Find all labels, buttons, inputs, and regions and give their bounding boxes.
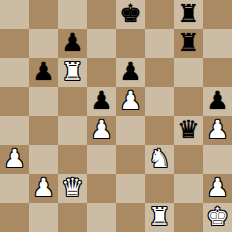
square-f5[interactable] — [145, 87, 174, 116]
square-h8[interactable] — [203, 0, 232, 29]
square-h5[interactable]: ♟ — [203, 87, 232, 116]
square-d4[interactable]: ♟ — [87, 116, 116, 145]
chess-board: ♚♜♟♜♟♜♟♟♟♟♟♛♟♟♞♟♛♟♜♚ — [0, 0, 232, 232]
square-b6[interactable]: ♟ — [29, 58, 58, 87]
square-d8[interactable] — [87, 0, 116, 29]
square-c7[interactable]: ♟ — [58, 29, 87, 58]
square-b1[interactable] — [29, 203, 58, 232]
square-c6[interactable]: ♜ — [58, 58, 87, 87]
white-pawn[interactable]: ♟ — [90, 115, 112, 144]
square-b7[interactable] — [29, 29, 58, 58]
square-e3[interactable] — [116, 145, 145, 174]
white-pawn[interactable]: ♟ — [3, 144, 25, 173]
square-d1[interactable] — [87, 203, 116, 232]
square-a2[interactable] — [0, 174, 29, 203]
square-c8[interactable] — [58, 0, 87, 29]
square-c5[interactable] — [58, 87, 87, 116]
square-f8[interactable] — [145, 0, 174, 29]
black-pawn[interactable]: ♟ — [206, 86, 228, 115]
square-g1[interactable] — [174, 203, 203, 232]
square-c2[interactable]: ♛ — [58, 174, 87, 203]
white-rook[interactable]: ♜ — [61, 57, 83, 86]
square-h2[interactable]: ♟ — [203, 174, 232, 203]
square-f2[interactable] — [145, 174, 174, 203]
square-c3[interactable] — [58, 145, 87, 174]
square-g6[interactable] — [174, 58, 203, 87]
square-b5[interactable] — [29, 87, 58, 116]
square-a3[interactable]: ♟ — [0, 145, 29, 174]
square-e5[interactable]: ♟ — [116, 87, 145, 116]
square-g2[interactable] — [174, 174, 203, 203]
square-d2[interactable] — [87, 174, 116, 203]
square-d5[interactable]: ♟ — [87, 87, 116, 116]
black-pawn[interactable]: ♟ — [32, 57, 54, 86]
square-e8[interactable]: ♚ — [116, 0, 145, 29]
square-f6[interactable] — [145, 58, 174, 87]
square-h7[interactable] — [203, 29, 232, 58]
black-rook[interactable]: ♜ — [177, 0, 199, 28]
square-a6[interactable] — [0, 58, 29, 87]
black-pawn[interactable]: ♟ — [119, 57, 141, 86]
square-h3[interactable] — [203, 145, 232, 174]
black-queen[interactable]: ♛ — [177, 115, 199, 144]
square-h4[interactable]: ♟ — [203, 116, 232, 145]
black-pawn[interactable]: ♟ — [90, 86, 112, 115]
white-pawn[interactable]: ♟ — [206, 173, 228, 202]
square-b3[interactable] — [29, 145, 58, 174]
square-f3[interactable]: ♞ — [145, 145, 174, 174]
square-e7[interactable] — [116, 29, 145, 58]
square-g8[interactable]: ♜ — [174, 0, 203, 29]
square-d6[interactable] — [87, 58, 116, 87]
black-rook[interactable]: ♜ — [177, 28, 199, 57]
square-d3[interactable] — [87, 145, 116, 174]
white-pawn[interactable]: ♟ — [32, 173, 54, 202]
square-e4[interactable] — [116, 116, 145, 145]
square-a7[interactable] — [0, 29, 29, 58]
square-d7[interactable] — [87, 29, 116, 58]
square-g4[interactable]: ♛ — [174, 116, 203, 145]
square-a8[interactable] — [0, 0, 29, 29]
white-rook[interactable]: ♜ — [148, 202, 170, 231]
white-pawn[interactable]: ♟ — [206, 115, 228, 144]
square-a5[interactable] — [0, 87, 29, 116]
square-a4[interactable] — [0, 116, 29, 145]
square-f7[interactable] — [145, 29, 174, 58]
square-e2[interactable] — [116, 174, 145, 203]
square-b2[interactable]: ♟ — [29, 174, 58, 203]
white-pawn[interactable]: ♟ — [119, 86, 141, 115]
white-queen[interactable]: ♛ — [61, 173, 83, 202]
black-king[interactable]: ♚ — [119, 0, 141, 28]
square-h1[interactable]: ♚ — [203, 203, 232, 232]
square-f1[interactable]: ♜ — [145, 203, 174, 232]
square-e6[interactable]: ♟ — [116, 58, 145, 87]
square-g7[interactable]: ♜ — [174, 29, 203, 58]
square-b4[interactable] — [29, 116, 58, 145]
square-h6[interactable] — [203, 58, 232, 87]
square-g5[interactable] — [174, 87, 203, 116]
white-knight[interactable]: ♞ — [148, 144, 170, 173]
black-pawn[interactable]: ♟ — [61, 28, 83, 57]
white-king[interactable]: ♚ — [206, 202, 228, 231]
square-a1[interactable] — [0, 203, 29, 232]
square-g3[interactable] — [174, 145, 203, 174]
square-c4[interactable] — [58, 116, 87, 145]
square-c1[interactable] — [58, 203, 87, 232]
square-f4[interactable] — [145, 116, 174, 145]
square-e1[interactable] — [116, 203, 145, 232]
square-b8[interactable] — [29, 0, 58, 29]
